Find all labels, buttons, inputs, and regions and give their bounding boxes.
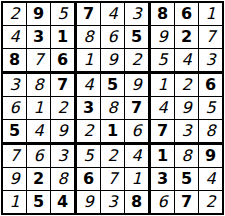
cell-r4c3[interactable]: 7 xyxy=(51,74,77,97)
cell-r3c9[interactable]: 3 xyxy=(199,49,222,74)
cell-r8c7[interactable]: 3 xyxy=(151,168,175,191)
cell-r1c7[interactable]: 8 xyxy=(151,3,175,26)
cell-r2c5[interactable]: 6 xyxy=(101,26,125,49)
cell-r2c8[interactable]: 2 xyxy=(175,26,199,49)
cell-r8c5[interactable]: 7 xyxy=(101,168,125,191)
cell-r5c5[interactable]: 8 xyxy=(101,97,125,120)
cell-r5c6[interactable]: 7 xyxy=(125,97,151,120)
cell-r3c5[interactable]: 9 xyxy=(101,49,125,74)
cell-r6c8[interactable]: 3 xyxy=(175,120,199,145)
cell-r8c1[interactable]: 9 xyxy=(3,168,27,191)
cell-r2c7[interactable]: 9 xyxy=(151,26,175,49)
cell-r5c9[interactable]: 5 xyxy=(199,97,222,120)
cell-r7c1[interactable]: 7 xyxy=(3,145,27,168)
cell-r3c2[interactable]: 7 xyxy=(27,49,51,74)
cell-r1c2[interactable]: 9 xyxy=(27,3,51,26)
cell-r4c7[interactable]: 1 xyxy=(151,74,175,97)
cell-r9c9[interactable]: 2 xyxy=(199,191,222,213)
cell-r4c4[interactable]: 4 xyxy=(77,74,101,97)
cell-r5c7[interactable]: 4 xyxy=(151,97,175,120)
cell-r3c6[interactable]: 2 xyxy=(125,49,151,74)
cell-r3c4[interactable]: 1 xyxy=(77,49,101,74)
cell-r5c1[interactable]: 6 xyxy=(3,97,27,120)
cell-r9c3[interactable]: 4 xyxy=(51,191,77,213)
cell-r1c6[interactable]: 3 xyxy=(125,3,151,26)
cell-r1c1[interactable]: 2 xyxy=(3,3,27,26)
cell-r9c4[interactable]: 9 xyxy=(77,191,101,213)
cell-r3c1[interactable]: 8 xyxy=(3,49,27,74)
cell-r6c1[interactable]: 5 xyxy=(3,120,27,145)
cell-r1c3[interactable]: 5 xyxy=(51,3,77,26)
cell-r4c8[interactable]: 2 xyxy=(175,74,199,97)
cell-r4c5[interactable]: 5 xyxy=(101,74,125,97)
cell-r8c6[interactable]: 1 xyxy=(125,168,151,191)
sudoku-board: 2957438614318659278761925433874591266123… xyxy=(1,1,224,215)
cell-r1c8[interactable]: 6 xyxy=(175,3,199,26)
cell-r7c8[interactable]: 8 xyxy=(175,145,199,168)
cell-r1c5[interactable]: 4 xyxy=(101,3,125,26)
cell-r9c1[interactable]: 1 xyxy=(3,191,27,213)
cell-r7c7[interactable]: 1 xyxy=(151,145,175,168)
cell-r5c3[interactable]: 2 xyxy=(51,97,77,120)
cell-r2c4[interactable]: 8 xyxy=(77,26,101,49)
cell-r7c9[interactable]: 9 xyxy=(199,145,222,168)
cell-r7c6[interactable]: 4 xyxy=(125,145,151,168)
cell-r8c4[interactable]: 6 xyxy=(77,168,101,191)
cell-r7c3[interactable]: 3 xyxy=(51,145,77,168)
cell-r2c6[interactable]: 5 xyxy=(125,26,151,49)
cell-r8c8[interactable]: 5 xyxy=(175,168,199,191)
cell-r9c5[interactable]: 3 xyxy=(101,191,125,213)
cell-r3c8[interactable]: 4 xyxy=(175,49,199,74)
cell-r2c2[interactable]: 3 xyxy=(27,26,51,49)
cell-r6c5[interactable]: 1 xyxy=(101,120,125,145)
cell-r6c3[interactable]: 9 xyxy=(51,120,77,145)
cell-r7c5[interactable]: 2 xyxy=(101,145,125,168)
cell-r5c2[interactable]: 1 xyxy=(27,97,51,120)
cell-r7c2[interactable]: 6 xyxy=(27,145,51,168)
cell-r6c2[interactable]: 4 xyxy=(27,120,51,145)
cell-r3c3[interactable]: 6 xyxy=(51,49,77,74)
cell-r4c9[interactable]: 6 xyxy=(199,74,222,97)
cell-r2c9[interactable]: 7 xyxy=(199,26,222,49)
cell-r9c2[interactable]: 5 xyxy=(27,191,51,213)
cell-r6c6[interactable]: 6 xyxy=(125,120,151,145)
cell-r1c9[interactable]: 1 xyxy=(199,3,222,26)
cell-r5c8[interactable]: 9 xyxy=(175,97,199,120)
cell-r8c2[interactable]: 2 xyxy=(27,168,51,191)
cell-r3c7[interactable]: 5 xyxy=(151,49,175,74)
cell-r5c4[interactable]: 3 xyxy=(77,97,101,120)
cell-r1c4[interactable]: 7 xyxy=(77,3,101,26)
cell-r2c3[interactable]: 1 xyxy=(51,26,77,49)
cell-r8c9[interactable]: 4 xyxy=(199,168,222,191)
cell-r2c1[interactable]: 4 xyxy=(3,26,27,49)
cell-r9c8[interactable]: 7 xyxy=(175,191,199,213)
cell-r9c6[interactable]: 8 xyxy=(125,191,151,213)
cell-r6c9[interactable]: 8 xyxy=(199,120,222,145)
cell-r8c3[interactable]: 8 xyxy=(51,168,77,191)
cell-r4c2[interactable]: 8 xyxy=(27,74,51,97)
cell-r9c7[interactable]: 6 xyxy=(151,191,175,213)
cell-r7c4[interactable]: 5 xyxy=(77,145,101,168)
cell-r6c4[interactable]: 2 xyxy=(77,120,101,145)
cell-r6c7[interactable]: 7 xyxy=(151,120,175,145)
cell-r4c6[interactable]: 9 xyxy=(125,74,151,97)
cell-r4c1[interactable]: 3 xyxy=(3,74,27,97)
